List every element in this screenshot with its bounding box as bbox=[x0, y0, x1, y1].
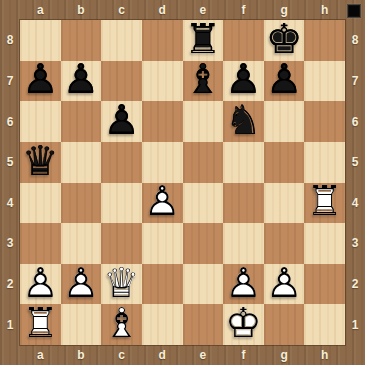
piece-white-pawn[interactable]: ♟♙ bbox=[142, 183, 183, 224]
square-b7[interactable]: ♟♙ bbox=[61, 61, 102, 102]
piece-outline-glyph: ♙ bbox=[223, 60, 264, 101]
piece-outline-glyph: ♖ bbox=[20, 303, 61, 344]
file-labels-bottom: abcdefgh bbox=[20, 345, 345, 365]
piece-outline-glyph: ♙ bbox=[20, 60, 61, 101]
square-d2[interactable] bbox=[142, 264, 183, 305]
square-d4[interactable]: ♟♙ bbox=[142, 183, 183, 224]
file-label-e: e bbox=[183, 345, 224, 365]
piece-outline-glyph: ♙ bbox=[264, 60, 305, 101]
piece-outline-glyph: ♖ bbox=[183, 19, 224, 60]
piece-outline-glyph: ♘ bbox=[223, 100, 264, 141]
square-f5[interactable] bbox=[223, 142, 264, 183]
rank-label-8: 8 bbox=[0, 20, 20, 61]
piece-black-rook[interactable]: ♜♖ bbox=[183, 20, 224, 61]
square-g7[interactable]: ♟♙ bbox=[264, 61, 305, 102]
square-a7[interactable]: ♟♙ bbox=[20, 61, 61, 102]
square-f1[interactable]: ♚♔ bbox=[223, 304, 264, 345]
piece-outline-glyph: ♙ bbox=[61, 60, 102, 101]
square-g6[interactable] bbox=[264, 101, 305, 142]
square-f3[interactable] bbox=[223, 223, 264, 264]
file-label-c: c bbox=[101, 345, 142, 365]
file-label-g: g bbox=[264, 345, 305, 365]
file-label-f: f bbox=[223, 345, 264, 365]
square-a1[interactable]: ♜♖ bbox=[20, 304, 61, 345]
piece-black-pawn[interactable]: ♟♙ bbox=[264, 61, 305, 102]
piece-black-bishop[interactable]: ♝♗ bbox=[183, 61, 224, 102]
square-b8[interactable] bbox=[61, 20, 102, 61]
square-g1[interactable] bbox=[264, 304, 305, 345]
side-to-move-indicator-black bbox=[347, 4, 361, 18]
rank-label-4: 4 bbox=[345, 183, 365, 224]
square-c6[interactable]: ♟♙ bbox=[101, 101, 142, 142]
piece-outline-glyph: ♗ bbox=[183, 60, 224, 101]
square-a5[interactable]: ♛♕ bbox=[20, 142, 61, 183]
square-a6[interactable] bbox=[20, 101, 61, 142]
square-b4[interactable] bbox=[61, 183, 102, 224]
rank-label-8: 8 bbox=[345, 20, 365, 61]
square-g8[interactable]: ♚♔ bbox=[264, 20, 305, 61]
file-label-d: d bbox=[142, 345, 183, 365]
file-label-b: b bbox=[61, 0, 102, 20]
square-c4[interactable] bbox=[101, 183, 142, 224]
rank-label-5: 5 bbox=[0, 142, 20, 183]
piece-outline-glyph: ♕ bbox=[20, 141, 61, 182]
square-h1[interactable] bbox=[304, 304, 345, 345]
square-b1[interactable] bbox=[61, 304, 102, 345]
file-label-h: h bbox=[304, 0, 345, 20]
piece-outline-glyph: ♕ bbox=[101, 263, 142, 304]
piece-white-king[interactable]: ♚♔ bbox=[223, 304, 264, 345]
square-h6[interactable] bbox=[304, 101, 345, 142]
rank-label-2: 2 bbox=[345, 264, 365, 305]
square-h3[interactable] bbox=[304, 223, 345, 264]
piece-black-pawn[interactable]: ♟♙ bbox=[223, 61, 264, 102]
square-e5[interactable] bbox=[183, 142, 224, 183]
square-a2[interactable]: ♟♙ bbox=[20, 264, 61, 305]
piece-white-pawn[interactable]: ♟♙ bbox=[20, 264, 61, 305]
square-e2[interactable] bbox=[183, 264, 224, 305]
square-h5[interactable] bbox=[304, 142, 345, 183]
square-d3[interactable] bbox=[142, 223, 183, 264]
file-label-d: d bbox=[142, 0, 183, 20]
piece-white-pawn[interactable]: ♟♙ bbox=[61, 264, 102, 305]
square-f8[interactable] bbox=[223, 20, 264, 61]
rank-label-3: 3 bbox=[345, 223, 365, 264]
square-a3[interactable] bbox=[20, 223, 61, 264]
square-f6[interactable]: ♞♘ bbox=[223, 101, 264, 142]
rank-labels-right: 87654321 bbox=[345, 20, 365, 345]
piece-outline-glyph: ♖ bbox=[304, 182, 345, 223]
square-a4[interactable] bbox=[20, 183, 61, 224]
square-c3[interactable] bbox=[101, 223, 142, 264]
piece-white-rook[interactable]: ♜♖ bbox=[304, 183, 345, 224]
square-h8[interactable] bbox=[304, 20, 345, 61]
square-c8[interactable] bbox=[101, 20, 142, 61]
square-d1[interactable] bbox=[142, 304, 183, 345]
square-c2[interactable]: ♛♕ bbox=[101, 264, 142, 305]
square-g5[interactable] bbox=[264, 142, 305, 183]
square-g3[interactable] bbox=[264, 223, 305, 264]
piece-black-pawn[interactable]: ♟♙ bbox=[61, 61, 102, 102]
piece-outline-glyph: ♔ bbox=[264, 19, 305, 60]
chess-board: ♜♖♚♔♟♙♟♙♝♗♟♙♟♙♟♙♞♘♛♕♟♙♜♖♟♙♟♙♛♕♟♙♟♙♜♖♝♗♚♔ bbox=[20, 20, 345, 345]
square-f2[interactable]: ♟♙ bbox=[223, 264, 264, 305]
piece-white-queen[interactable]: ♛♕ bbox=[101, 264, 142, 305]
piece-outline-glyph: ♙ bbox=[142, 182, 183, 223]
square-f7[interactable]: ♟♙ bbox=[223, 61, 264, 102]
square-e8[interactable]: ♜♖ bbox=[183, 20, 224, 61]
square-c7[interactable] bbox=[101, 61, 142, 102]
square-c1[interactable]: ♝♗ bbox=[101, 304, 142, 345]
square-g2[interactable]: ♟♙ bbox=[264, 264, 305, 305]
rank-label-5: 5 bbox=[345, 142, 365, 183]
rank-label-3: 3 bbox=[0, 223, 20, 264]
piece-black-queen[interactable]: ♛♕ bbox=[20, 142, 61, 183]
rank-label-1: 1 bbox=[0, 304, 20, 345]
square-e6[interactable] bbox=[183, 101, 224, 142]
piece-outline-glyph: ♙ bbox=[61, 263, 102, 304]
piece-outline-glyph: ♙ bbox=[20, 263, 61, 304]
square-e7[interactable]: ♝♗ bbox=[183, 61, 224, 102]
piece-outline-glyph: ♗ bbox=[101, 303, 142, 344]
square-h2[interactable] bbox=[304, 264, 345, 305]
piece-white-bishop[interactable]: ♝♗ bbox=[101, 304, 142, 345]
square-c5[interactable] bbox=[101, 142, 142, 183]
square-b6[interactable] bbox=[61, 101, 102, 142]
piece-black-pawn[interactable]: ♟♙ bbox=[101, 101, 142, 142]
square-b5[interactable] bbox=[61, 142, 102, 183]
square-d5[interactable] bbox=[142, 142, 183, 183]
file-label-a: a bbox=[20, 0, 61, 20]
piece-white-pawn[interactable]: ♟♙ bbox=[264, 264, 305, 305]
piece-black-king[interactable]: ♚♔ bbox=[264, 20, 305, 61]
piece-white-pawn[interactable]: ♟♙ bbox=[223, 264, 264, 305]
piece-outline-glyph: ♔ bbox=[223, 303, 264, 344]
square-b3[interactable] bbox=[61, 223, 102, 264]
square-a8[interactable] bbox=[20, 20, 61, 61]
piece-outline-glyph: ♙ bbox=[101, 100, 142, 141]
square-d6[interactable] bbox=[142, 101, 183, 142]
square-f4[interactable] bbox=[223, 183, 264, 224]
rank-label-6: 6 bbox=[345, 101, 365, 142]
rank-labels-left: 87654321 bbox=[0, 20, 20, 345]
rank-label-2: 2 bbox=[0, 264, 20, 305]
square-d8[interactable] bbox=[142, 20, 183, 61]
square-e1[interactable] bbox=[183, 304, 224, 345]
file-label-h: h bbox=[304, 345, 345, 365]
square-e3[interactable] bbox=[183, 223, 224, 264]
piece-black-pawn[interactable]: ♟♙ bbox=[20, 61, 61, 102]
piece-outline-glyph: ♙ bbox=[223, 263, 264, 304]
file-label-c: c bbox=[101, 0, 142, 20]
square-b2[interactable]: ♟♙ bbox=[61, 264, 102, 305]
file-label-a: a bbox=[20, 345, 61, 365]
file-label-b: b bbox=[61, 345, 102, 365]
rank-label-7: 7 bbox=[345, 61, 365, 102]
rank-label-4: 4 bbox=[0, 183, 20, 224]
piece-white-rook[interactable]: ♜♖ bbox=[20, 304, 61, 345]
chess-board-frame: abcdefgh abcdefgh 87654321 87654321 ♜♖♚♔… bbox=[0, 0, 365, 365]
square-g4[interactable] bbox=[264, 183, 305, 224]
rank-label-1: 1 bbox=[345, 304, 365, 345]
square-h4[interactable]: ♜♖ bbox=[304, 183, 345, 224]
square-d7[interactable] bbox=[142, 61, 183, 102]
file-label-f: f bbox=[223, 0, 264, 20]
piece-black-knight[interactable]: ♞♘ bbox=[223, 101, 264, 142]
square-e4[interactable] bbox=[183, 183, 224, 224]
square-h7[interactable] bbox=[304, 61, 345, 102]
piece-outline-glyph: ♙ bbox=[264, 263, 305, 304]
rank-label-6: 6 bbox=[0, 101, 20, 142]
rank-label-7: 7 bbox=[0, 61, 20, 102]
